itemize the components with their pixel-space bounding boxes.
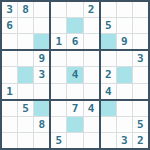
- given-cell-r8c9[interactable]: 5: [133, 117, 148, 132]
- given-cell-r3c8[interactable]: 9: [117, 34, 132, 49]
- sudoku-block-1: 386: [2, 2, 49, 49]
- empty-cell-r1c8[interactable]: [117, 2, 132, 17]
- given-cell-r7c6[interactable]: 4: [84, 101, 99, 116]
- sudoku-block-6: 324: [101, 51, 148, 98]
- empty-cell-r6c2[interactable]: [18, 84, 33, 99]
- given-cell-r1c1[interactable]: 3: [2, 2, 17, 17]
- given-cell-r9c4[interactable]: 5: [51, 133, 66, 148]
- empty-cell-r8c6[interactable]: [84, 117, 99, 132]
- given-cell-r4c3[interactable]: 9: [34, 51, 49, 66]
- empty-cell-r8c1[interactable]: [2, 117, 17, 132]
- empty-cell-r3c1[interactable]: [2, 34, 17, 49]
- empty-cell-r9c3[interactable]: [34, 133, 49, 148]
- sudoku-board: 38621659931432458745532: [0, 0, 150, 150]
- sudoku-block-9: 532: [101, 101, 148, 148]
- given-cell-r8c3[interactable]: 8: [34, 117, 49, 132]
- given-cell-r3c4[interactable]: 1: [51, 34, 66, 49]
- given-cell-r5c7[interactable]: 2: [101, 67, 116, 82]
- empty-cell-r6c5[interactable]: [67, 84, 82, 99]
- empty-cell-r8c4[interactable]: [51, 117, 66, 132]
- empty-cell-r1c3[interactable]: [34, 2, 49, 17]
- sudoku-block-8: 745: [51, 101, 98, 148]
- empty-cell-r9c7[interactable]: [101, 133, 116, 148]
- empty-cell-r7c8[interactable]: [117, 101, 132, 116]
- empty-cell-r7c3[interactable]: [34, 101, 49, 116]
- empty-cell-r9c2[interactable]: [18, 133, 33, 148]
- sudoku-block-3: 59: [101, 2, 148, 49]
- given-cell-r7c5[interactable]: 7: [67, 101, 82, 116]
- empty-cell-r2c3[interactable]: [34, 18, 49, 33]
- empty-cell-r2c4[interactable]: [51, 18, 66, 33]
- empty-cell-r7c1[interactable]: [2, 101, 17, 116]
- given-cell-r2c1[interactable]: 6: [2, 18, 17, 33]
- empty-cell-r6c4[interactable]: [51, 84, 66, 99]
- empty-cell-r5c6[interactable]: [84, 67, 99, 82]
- empty-cell-r7c9[interactable]: [133, 101, 148, 116]
- empty-cell-r2c5[interactable]: [67, 18, 82, 33]
- empty-cell-r4c1[interactable]: [2, 51, 17, 66]
- empty-cell-r2c9[interactable]: [133, 18, 148, 33]
- empty-cell-r5c8[interactable]: [117, 67, 132, 82]
- given-cell-r3c5[interactable]: 6: [67, 34, 82, 49]
- given-cell-r2c7[interactable]: 5: [101, 18, 116, 33]
- empty-cell-r8c8[interactable]: [117, 117, 132, 132]
- given-cell-r5c5[interactable]: 4: [67, 67, 82, 82]
- empty-cell-r5c9[interactable]: [133, 67, 148, 82]
- sudoku-block-7: 58: [2, 101, 49, 148]
- empty-cell-r9c6[interactable]: [84, 133, 99, 148]
- empty-cell-r8c7[interactable]: [101, 117, 116, 132]
- empty-cell-r8c5[interactable]: [67, 117, 82, 132]
- empty-cell-r1c9[interactable]: [133, 2, 148, 17]
- empty-cell-r3c6[interactable]: [84, 34, 99, 49]
- sudoku-block-5: 4: [51, 51, 98, 98]
- empty-cell-r9c5[interactable]: [67, 133, 82, 148]
- given-cell-r7c2[interactable]: 5: [18, 101, 33, 116]
- empty-cell-r3c9[interactable]: [133, 34, 148, 49]
- empty-cell-r4c5[interactable]: [67, 51, 82, 66]
- empty-cell-r2c8[interactable]: [117, 18, 132, 33]
- empty-cell-r6c6[interactable]: [84, 84, 99, 99]
- empty-cell-r2c6[interactable]: [84, 18, 99, 33]
- sudoku-block-4: 931: [2, 51, 49, 98]
- empty-cell-r3c3[interactable]: [34, 34, 49, 49]
- given-cell-r9c9[interactable]: 2: [133, 133, 148, 148]
- given-cell-r9c8[interactable]: 3: [117, 133, 132, 148]
- empty-cell-r4c6[interactable]: [84, 51, 99, 66]
- empty-cell-r6c8[interactable]: [117, 84, 132, 99]
- given-cell-r4c9[interactable]: 3: [133, 51, 148, 66]
- empty-cell-r4c7[interactable]: [101, 51, 116, 66]
- given-cell-r6c1[interactable]: 1: [2, 84, 17, 99]
- empty-cell-r6c3[interactable]: [34, 84, 49, 99]
- empty-cell-r7c7[interactable]: [101, 101, 116, 116]
- sudoku-app: 38621659931432458745532: [0, 0, 150, 150]
- given-cell-r6c7[interactable]: 4: [101, 84, 116, 99]
- empty-cell-r6c9[interactable]: [133, 84, 148, 99]
- empty-cell-r2c2[interactable]: [18, 18, 33, 33]
- given-cell-r1c6[interactable]: 2: [84, 2, 99, 17]
- empty-cell-r9c1[interactable]: [2, 133, 17, 148]
- empty-cell-r1c5[interactable]: [67, 2, 82, 17]
- empty-cell-r3c2[interactable]: [18, 34, 33, 49]
- empty-cell-r4c4[interactable]: [51, 51, 66, 66]
- empty-cell-r1c7[interactable]: [101, 2, 116, 17]
- empty-cell-r7c4[interactable]: [51, 101, 66, 116]
- empty-cell-r1c4[interactable]: [51, 2, 66, 17]
- empty-cell-r5c2[interactable]: [18, 67, 33, 82]
- given-cell-r1c2[interactable]: 8: [18, 2, 33, 17]
- empty-cell-r4c8[interactable]: [117, 51, 132, 66]
- empty-cell-r5c1[interactable]: [2, 67, 17, 82]
- sudoku-block-2: 216: [51, 2, 98, 49]
- empty-cell-r8c2[interactable]: [18, 117, 33, 132]
- empty-cell-r3c7[interactable]: [101, 34, 116, 49]
- empty-cell-r5c4[interactable]: [51, 67, 66, 82]
- given-cell-r5c3[interactable]: 3: [34, 67, 49, 82]
- empty-cell-r4c2[interactable]: [18, 51, 33, 66]
